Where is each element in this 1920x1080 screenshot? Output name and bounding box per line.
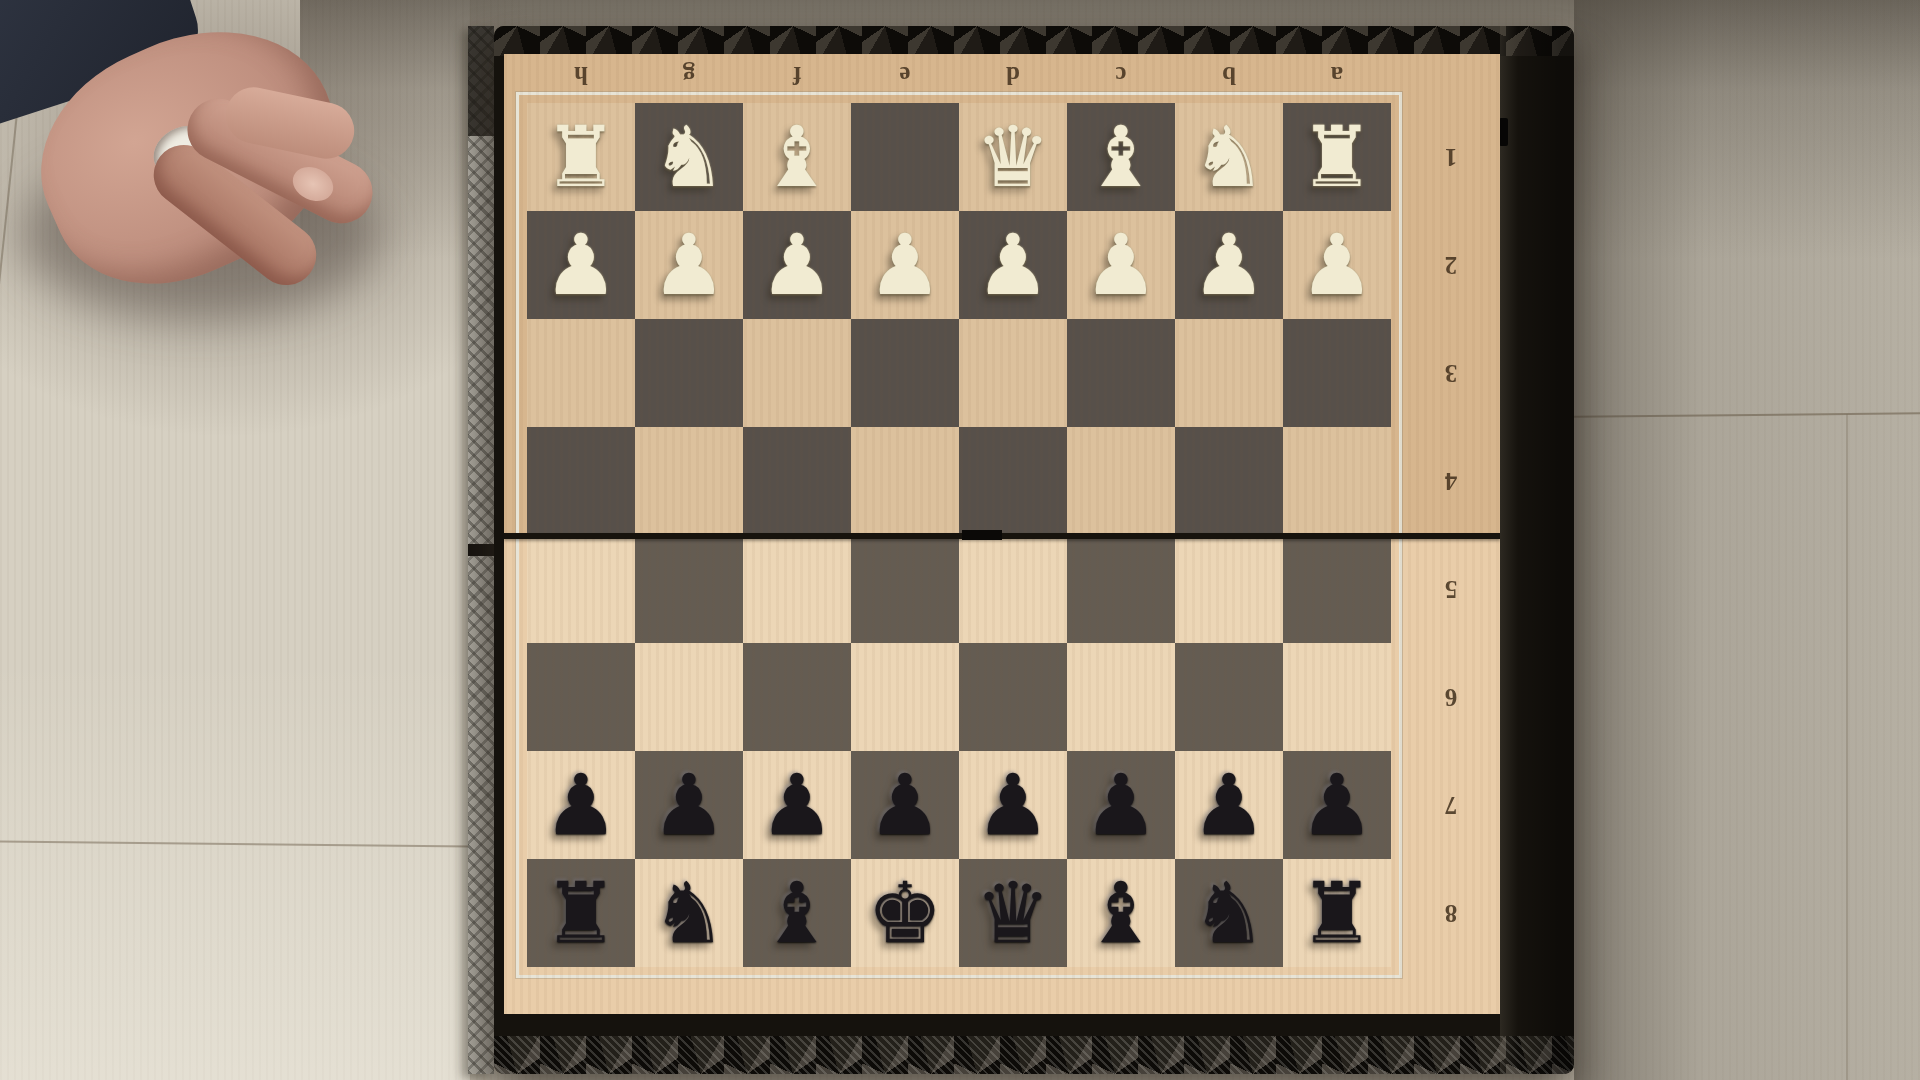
piece-black-knight-g8[interactable]: ♞ [651, 859, 726, 967]
square-g3[interactable] [635, 319, 743, 427]
square-d8[interactable]: ♛ [959, 859, 1067, 967]
piece-black-king-e8[interactable]: ♚ [867, 859, 942, 967]
rank-label-4: 4 [1414, 427, 1488, 535]
board-shadow-right [1574, 0, 1920, 1080]
square-f8[interactable]: ♝ [743, 859, 851, 967]
square-e4[interactable] [851, 427, 959, 535]
square-h1[interactable]: ♜ [527, 103, 635, 211]
square-f2[interactable]: ♟ [743, 211, 851, 319]
square-a1[interactable]: ♜ [1283, 103, 1391, 211]
piece-black-bishop-f8[interactable]: ♝ [759, 859, 834, 967]
square-f6[interactable] [743, 643, 851, 751]
piece-white-pawn-b2[interactable]: ♟ [1191, 211, 1266, 319]
square-c2[interactable]: ♟ [1067, 211, 1175, 319]
board-frame: hgfedcba 12345678 ♜♞♝♛♝♞♜♟♟♟♟♟♟♟♟♟♟♟♟♟♟♟… [494, 26, 1574, 1074]
square-d6[interactable] [959, 643, 1067, 751]
square-c5[interactable] [1067, 535, 1175, 643]
board-face: hgfedcba 12345678 ♜♞♝♛♝♞♜♟♟♟♟♟♟♟♟♟♟♟♟♟♟♟… [504, 54, 1500, 1014]
folding-chess-board: hgfedcba 12345678 ♜♞♝♛♝♞♜♟♟♟♟♟♟♟♟♟♟♟♟♟♟♟… [468, 26, 1574, 1074]
square-a7[interactable]: ♟ [1283, 751, 1391, 859]
piece-black-pawn-d7[interactable]: ♟ [975, 751, 1050, 859]
square-e6[interactable] [851, 643, 959, 751]
file-label-f: f [743, 56, 851, 92]
piece-black-pawn-g7[interactable]: ♟ [651, 751, 726, 859]
square-g5[interactable] [635, 535, 743, 643]
piece-white-bishop-f1[interactable]: ♝ [759, 103, 834, 211]
piece-white-knight-g1[interactable]: ♞ [651, 103, 726, 211]
square-a8[interactable]: ♜ [1283, 859, 1391, 967]
piece-black-rook-h8[interactable]: ♜ [543, 859, 618, 967]
piece-white-pawn-c2[interactable]: ♟ [1083, 211, 1158, 319]
square-b2[interactable]: ♟ [1175, 211, 1283, 319]
floor-highlight [0, 660, 470, 1080]
rank-label-2: 2 [1414, 211, 1488, 319]
piece-white-pawn-a2[interactable]: ♟ [1299, 211, 1374, 319]
rank-label-1: 1 [1414, 103, 1488, 211]
piece-black-pawn-f7[interactable]: ♟ [759, 751, 834, 859]
square-a3[interactable] [1283, 319, 1391, 427]
rank-label-5: 5 [1414, 535, 1488, 643]
square-h3[interactable] [527, 319, 635, 427]
square-h8[interactable]: ♜ [527, 859, 635, 967]
square-d1[interactable]: ♛ [959, 103, 1067, 211]
square-g1[interactable]: ♞ [635, 103, 743, 211]
square-e1[interactable] [851, 103, 959, 211]
square-g8[interactable]: ♞ [635, 859, 743, 967]
frame-pyramid-texture-bottom [494, 1036, 1574, 1074]
piece-black-queen-d8[interactable]: ♛ [975, 859, 1050, 967]
square-e8[interactable]: ♚ [851, 859, 959, 967]
piece-white-queen-d1[interactable]: ♛ [975, 103, 1050, 211]
square-b5[interactable] [1175, 535, 1283, 643]
square-a4[interactable] [1283, 427, 1391, 535]
square-b7[interactable]: ♟ [1175, 751, 1283, 859]
square-e3[interactable] [851, 319, 959, 427]
square-c7[interactable]: ♟ [1067, 751, 1175, 859]
file-label-c: c [1067, 56, 1175, 92]
piece-white-pawn-f2[interactable]: ♟ [759, 211, 834, 319]
piece-white-bishop-c1[interactable]: ♝ [1083, 103, 1158, 211]
piece-black-pawn-a7[interactable]: ♟ [1299, 751, 1374, 859]
rank-label-8: 8 [1414, 859, 1488, 967]
square-b8[interactable]: ♞ [1175, 859, 1283, 967]
players-hand [0, 0, 460, 380]
piece-white-pawn-e2[interactable]: ♟ [867, 211, 942, 319]
square-g2[interactable]: ♟ [635, 211, 743, 319]
frame-right-edge [1500, 26, 1574, 1074]
square-b1[interactable]: ♞ [1175, 103, 1283, 211]
square-d5[interactable] [959, 535, 1067, 643]
square-c1[interactable]: ♝ [1067, 103, 1175, 211]
rank-label-6: 6 [1414, 643, 1488, 751]
square-e5[interactable] [851, 535, 959, 643]
piece-white-pawn-d2[interactable]: ♟ [975, 211, 1050, 319]
piece-black-pawn-e7[interactable]: ♟ [867, 751, 942, 859]
square-d7[interactable]: ♟ [959, 751, 1067, 859]
piece-white-pawn-h2[interactable]: ♟ [543, 211, 618, 319]
square-b3[interactable] [1175, 319, 1283, 427]
square-a2[interactable]: ♟ [1283, 211, 1391, 319]
square-f7[interactable]: ♟ [743, 751, 851, 859]
square-d3[interactable] [959, 319, 1067, 427]
square-d2[interactable]: ♟ [959, 211, 1067, 319]
file-label-h: h [527, 56, 635, 92]
square-e7[interactable]: ♟ [851, 751, 959, 859]
square-h2[interactable]: ♟ [527, 211, 635, 319]
square-f1[interactable]: ♝ [743, 103, 851, 211]
file-label-d: d [959, 56, 1067, 92]
piece-black-knight-b8[interactable]: ♞ [1191, 859, 1266, 967]
square-b6[interactable] [1175, 643, 1283, 751]
square-g6[interactable] [635, 643, 743, 751]
file-labels: hgfedcba [527, 56, 1391, 92]
board-fold-hinge-line [504, 533, 1500, 539]
file-label-e: e [851, 56, 959, 92]
file-label-g: g [635, 56, 743, 92]
square-g7[interactable]: ♟ [635, 751, 743, 859]
frame-pyramid-texture-top [494, 26, 1574, 56]
piece-white-knight-b1[interactable]: ♞ [1191, 103, 1266, 211]
square-f5[interactable] [743, 535, 851, 643]
file-label-b: b [1175, 56, 1283, 92]
square-h6[interactable] [527, 643, 635, 751]
board-clasp [1499, 118, 1508, 146]
square-f4[interactable] [743, 427, 851, 535]
square-c6[interactable] [1067, 643, 1175, 751]
square-a5[interactable] [1283, 535, 1391, 643]
square-b4[interactable] [1175, 427, 1283, 535]
file-label-a: a [1283, 56, 1391, 92]
piece-white-rook-a1[interactable]: ♜ [1299, 103, 1374, 211]
square-h5[interactable] [527, 535, 635, 643]
square-a6[interactable] [1283, 643, 1391, 751]
piece-black-pawn-c7[interactable]: ♟ [1083, 751, 1158, 859]
square-f3[interactable] [743, 319, 851, 427]
square-c8[interactable]: ♝ [1067, 859, 1175, 967]
rank-label-3: 3 [1414, 319, 1488, 427]
square-e2[interactable]: ♟ [851, 211, 959, 319]
piece-black-rook-a8[interactable]: ♜ [1299, 859, 1374, 967]
square-c3[interactable] [1067, 319, 1175, 427]
piece-white-rook-h1[interactable]: ♜ [543, 103, 618, 211]
square-h4[interactable] [527, 427, 635, 535]
rank-label-7: 7 [1414, 751, 1488, 859]
square-d4[interactable] [959, 427, 1067, 535]
piece-white-pawn-g2[interactable]: ♟ [651, 211, 726, 319]
square-h7[interactable]: ♟ [527, 751, 635, 859]
square-g4[interactable] [635, 427, 743, 535]
piece-black-bishop-c8[interactable]: ♝ [1083, 859, 1158, 967]
board-side-edge [468, 26, 494, 1074]
piece-black-pawn-b7[interactable]: ♟ [1191, 751, 1266, 859]
piece-black-pawn-h7[interactable]: ♟ [543, 751, 618, 859]
square-c4[interactable] [1067, 427, 1175, 535]
